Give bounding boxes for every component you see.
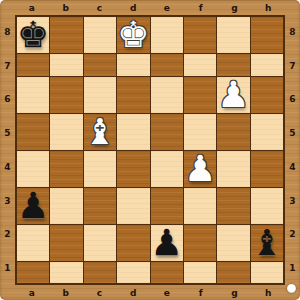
rank-label-left-2: 2 (0, 218, 15, 252)
square-e6[interactable] (151, 77, 183, 113)
square-a1[interactable] (17, 262, 49, 284)
file-label-bottom-a: a (15, 285, 49, 300)
white-king-piece[interactable]: ♚ (117, 17, 149, 53)
square-e3[interactable] (151, 188, 183, 224)
file-label-bottom-d: d (116, 285, 150, 300)
square-c3[interactable] (84, 188, 116, 224)
square-a4[interactable] (17, 151, 49, 187)
file-label-top-e: e (150, 0, 184, 15)
square-b3[interactable] (50, 188, 82, 224)
square-d8[interactable]: ♚ (117, 17, 149, 53)
square-a2[interactable] (17, 225, 49, 261)
square-f6[interactable] (184, 77, 216, 113)
square-a5[interactable] (17, 114, 49, 150)
square-g2[interactable] (217, 225, 249, 261)
square-b5[interactable] (50, 114, 82, 150)
white-pawn-piece[interactable]: ♟ (217, 77, 249, 113)
square-d1[interactable] (117, 262, 149, 284)
black-pawn-piece[interactable]: ♟ (17, 188, 49, 224)
white-to-move-indicator (287, 284, 296, 293)
square-e5[interactable] (151, 114, 183, 150)
square-h4[interactable] (251, 151, 283, 187)
rank-label-right-1: 1 (285, 251, 300, 285)
square-b4[interactable] (50, 151, 82, 187)
rank-labels-right: 87654321 (285, 15, 300, 285)
square-d5[interactable] (117, 114, 149, 150)
square-a6[interactable] (17, 77, 49, 113)
square-g1[interactable] (217, 262, 249, 284)
square-b1[interactable] (50, 262, 82, 284)
square-h2[interactable]: ♝ (251, 225, 283, 261)
file-label-top-h: h (251, 0, 285, 15)
rank-label-right-8: 8 (285, 15, 300, 49)
rank-label-right-7: 7 (285, 49, 300, 83)
square-g8[interactable] (217, 17, 249, 53)
square-d4[interactable] (117, 151, 149, 187)
square-e2[interactable]: ♟ (151, 225, 183, 261)
file-label-bottom-b: b (49, 285, 83, 300)
rank-label-left-3: 3 (0, 184, 15, 218)
square-c7[interactable] (84, 54, 116, 76)
black-bishop-piece[interactable]: ♝ (251, 225, 283, 261)
rank-label-left-5: 5 (0, 116, 15, 150)
file-labels-top: abcdefgh (15, 0, 285, 15)
square-g3[interactable] (217, 188, 249, 224)
file-label-top-c: c (83, 0, 117, 15)
square-f1[interactable] (184, 262, 216, 284)
rank-label-right-2: 2 (285, 218, 300, 252)
square-c4[interactable] (84, 151, 116, 187)
square-c1[interactable] (84, 262, 116, 284)
square-g4[interactable] (217, 151, 249, 187)
square-d7[interactable] (117, 54, 149, 76)
file-label-bottom-c: c (83, 285, 117, 300)
square-h3[interactable] (251, 188, 283, 224)
square-c8[interactable] (84, 17, 116, 53)
rank-label-right-5: 5 (285, 116, 300, 150)
rank-label-left-6: 6 (0, 83, 15, 117)
square-f7[interactable] (184, 54, 216, 76)
square-e1[interactable] (151, 262, 183, 284)
square-g5[interactable] (217, 114, 249, 150)
square-g6[interactable]: ♟ (217, 77, 249, 113)
square-g7[interactable] (217, 54, 249, 76)
square-a8[interactable]: ♚ (17, 17, 49, 53)
square-f5[interactable] (184, 114, 216, 150)
rank-label-left-7: 7 (0, 49, 15, 83)
file-label-top-f: f (184, 0, 218, 15)
square-b6[interactable] (50, 77, 82, 113)
square-c5[interactable]: ♝ (84, 114, 116, 150)
square-f4[interactable]: ♟ (184, 151, 216, 187)
square-f2[interactable] (184, 225, 216, 261)
square-c6[interactable] (84, 77, 116, 113)
rank-labels-left: 87654321 (0, 15, 15, 285)
file-labels-bottom: abcdefgh (15, 285, 285, 300)
square-f3[interactable] (184, 188, 216, 224)
black-pawn-piece[interactable]: ♟ (151, 225, 183, 261)
file-label-bottom-h: h (251, 285, 285, 300)
file-label-top-a: a (15, 0, 49, 15)
rank-label-right-3: 3 (285, 184, 300, 218)
square-h5[interactable] (251, 114, 283, 150)
rank-label-left-1: 1 (0, 251, 15, 285)
square-d2[interactable] (117, 225, 149, 261)
square-a7[interactable] (17, 54, 49, 76)
file-label-bottom-f: f (184, 285, 218, 300)
file-label-top-d: d (116, 0, 150, 15)
rank-label-left-4: 4 (0, 150, 15, 184)
chess-board: ♚♚♟♝♟♟♟♝ (15, 15, 285, 285)
square-b8[interactable] (50, 17, 82, 53)
black-king-piece[interactable]: ♚ (17, 17, 49, 53)
rank-label-left-8: 8 (0, 15, 15, 49)
square-b7[interactable] (50, 54, 82, 76)
square-h7[interactable] (251, 54, 283, 76)
square-h6[interactable] (251, 77, 283, 113)
file-label-bottom-e: e (150, 285, 184, 300)
square-e7[interactable] (151, 54, 183, 76)
white-bishop-piece[interactable]: ♝ (84, 114, 116, 150)
square-e4[interactable] (151, 151, 183, 187)
square-d6[interactable] (117, 77, 149, 113)
square-e8[interactable] (151, 17, 183, 53)
square-d3[interactable] (117, 188, 149, 224)
white-pawn-piece[interactable]: ♟ (184, 151, 216, 187)
square-a3[interactable]: ♟ (17, 188, 49, 224)
square-c2[interactable] (84, 225, 116, 261)
square-b2[interactable] (50, 225, 82, 261)
rank-label-right-4: 4 (285, 150, 300, 184)
square-h1[interactable] (251, 262, 283, 284)
file-label-top-b: b (49, 0, 83, 15)
file-label-bottom-g: g (218, 285, 252, 300)
chess-app: abcdefgh abcdefgh 87654321 87654321 ♚♚♟♝… (0, 0, 300, 300)
square-h8[interactable] (251, 17, 283, 53)
rank-label-right-6: 6 (285, 83, 300, 117)
square-f8[interactable] (184, 17, 216, 53)
file-label-top-g: g (218, 0, 252, 15)
